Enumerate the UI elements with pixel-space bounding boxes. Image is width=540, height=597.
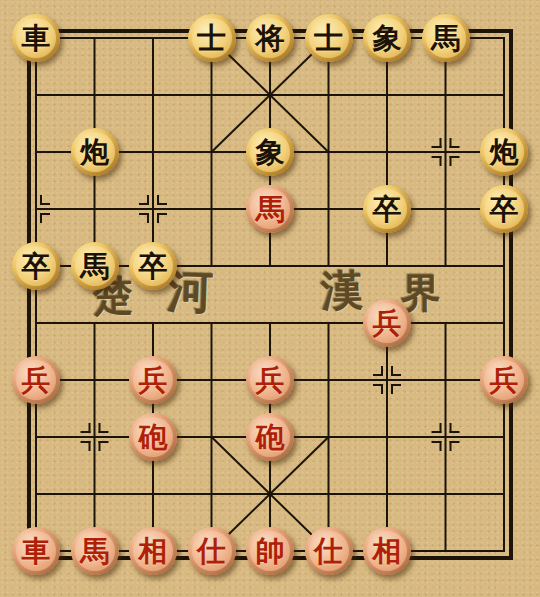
piece-black-elephant[interactable]: 象 (246, 128, 294, 176)
piece-glyph: 士 (188, 14, 236, 62)
piece-black-chariot[interactable]: 車 (12, 14, 60, 62)
piece-glyph: 仕 (188, 527, 236, 575)
xiangqi-board[interactable]: 楚河漢界 車士将士象馬炮象炮馬卒卒卒馬卒兵兵兵兵兵砲砲車馬相仕帥仕相 (0, 0, 540, 597)
piece-red-chariot[interactable]: 車 (12, 527, 60, 575)
piece-glyph: 兵 (363, 299, 411, 347)
piece-black-soldier[interactable]: 卒 (363, 185, 411, 233)
piece-black-general[interactable]: 将 (246, 14, 294, 62)
piece-black-advisor[interactable]: 士 (305, 14, 353, 62)
piece-black-soldier[interactable]: 卒 (129, 242, 177, 290)
piece-glyph: 兵 (246, 356, 294, 404)
piece-glyph: 兵 (480, 356, 528, 404)
piece-glyph: 馬 (246, 185, 294, 233)
piece-glyph: 兵 (129, 356, 177, 404)
piece-red-horse[interactable]: 馬 (246, 185, 294, 233)
piece-red-soldier[interactable]: 兵 (363, 299, 411, 347)
piece-glyph: 卒 (480, 185, 528, 233)
piece-glyph: 馬 (71, 527, 119, 575)
piece-black-cannon[interactable]: 炮 (480, 128, 528, 176)
piece-glyph: 卒 (12, 242, 60, 290)
piece-glyph: 炮 (480, 128, 528, 176)
piece-red-cannon[interactable]: 砲 (129, 413, 177, 461)
piece-glyph: 仕 (305, 527, 353, 575)
piece-glyph: 車 (12, 527, 60, 575)
board-grid-lines (0, 0, 540, 597)
piece-black-horse[interactable]: 馬 (422, 14, 470, 62)
piece-black-cannon[interactable]: 炮 (71, 128, 119, 176)
piece-glyph: 兵 (12, 356, 60, 404)
piece-glyph: 砲 (129, 413, 177, 461)
piece-red-soldier[interactable]: 兵 (246, 356, 294, 404)
piece-red-general[interactable]: 帥 (246, 527, 294, 575)
piece-glyph: 相 (129, 527, 177, 575)
piece-glyph: 帥 (246, 527, 294, 575)
piece-glyph: 卒 (129, 242, 177, 290)
piece-glyph: 砲 (246, 413, 294, 461)
piece-red-advisor[interactable]: 仕 (305, 527, 353, 575)
piece-black-soldier[interactable]: 卒 (480, 185, 528, 233)
piece-red-soldier[interactable]: 兵 (129, 356, 177, 404)
piece-black-horse[interactable]: 馬 (71, 242, 119, 290)
piece-glyph: 馬 (71, 242, 119, 290)
piece-glyph: 相 (363, 527, 411, 575)
piece-glyph: 将 (246, 14, 294, 62)
piece-glyph: 卒 (363, 185, 411, 233)
piece-red-cannon[interactable]: 砲 (246, 413, 294, 461)
piece-black-soldier[interactable]: 卒 (12, 242, 60, 290)
piece-black-elephant[interactable]: 象 (363, 14, 411, 62)
piece-glyph: 車 (12, 14, 60, 62)
piece-black-advisor[interactable]: 士 (188, 14, 236, 62)
piece-glyph: 炮 (71, 128, 119, 176)
piece-red-soldier[interactable]: 兵 (480, 356, 528, 404)
piece-red-elephant[interactable]: 相 (129, 527, 177, 575)
piece-red-elephant[interactable]: 相 (363, 527, 411, 575)
piece-glyph: 士 (305, 14, 353, 62)
piece-glyph: 象 (363, 14, 411, 62)
piece-red-horse[interactable]: 馬 (71, 527, 119, 575)
piece-red-advisor[interactable]: 仕 (188, 527, 236, 575)
piece-glyph: 馬 (422, 14, 470, 62)
piece-glyph: 象 (246, 128, 294, 176)
piece-red-soldier[interactable]: 兵 (12, 356, 60, 404)
